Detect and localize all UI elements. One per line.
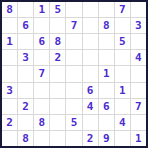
cell-r1c3[interactable]: 1: [34, 2, 49, 17]
cell-r9c1[interactable]: [2, 131, 17, 146]
cell-r2c1[interactable]: [2, 18, 17, 33]
cell-r9c2[interactable]: 8: [18, 131, 33, 146]
cell-r8c4[interactable]: [50, 115, 65, 130]
cell-r2c7[interactable]: 8: [99, 18, 114, 33]
cell-r6c7[interactable]: [99, 83, 114, 98]
cell-r7c4[interactable]: [50, 99, 65, 114]
cell-r1c1[interactable]: 8: [2, 2, 17, 17]
cell-r3c4[interactable]: 8: [50, 34, 65, 49]
cell-r1c5[interactable]: [66, 2, 81, 17]
cell-r6c1[interactable]: 3: [2, 83, 17, 98]
cell-r4c2[interactable]: 3: [18, 50, 33, 65]
cell-r6c5[interactable]: [66, 83, 81, 98]
cell-r3c3[interactable]: 6: [34, 34, 49, 49]
cell-r4c8[interactable]: [115, 50, 130, 65]
cell-r7c3[interactable]: [34, 99, 49, 114]
cell-r6c8[interactable]: 1: [115, 83, 130, 98]
cell-r7c1[interactable]: [2, 99, 17, 114]
cell-r2c6[interactable]: [83, 18, 98, 33]
cell-r7c9[interactable]: 7: [131, 99, 146, 114]
cell-r8c5[interactable]: 5: [66, 115, 81, 130]
cell-r3c9[interactable]: [131, 34, 146, 49]
cell-r9c7[interactable]: 9: [99, 131, 114, 146]
cell-r2c5[interactable]: 7: [66, 18, 81, 33]
sudoku-board: 81576783168532471361246728548291: [0, 0, 148, 148]
cell-r4c6[interactable]: [83, 50, 98, 65]
cell-r5c2[interactable]: [18, 66, 33, 81]
cell-r5c6[interactable]: [83, 66, 98, 81]
cell-r6c2[interactable]: [18, 83, 33, 98]
cell-r9c6[interactable]: 2: [83, 131, 98, 146]
cell-r2c3[interactable]: [34, 18, 49, 33]
cell-r8c6[interactable]: [83, 115, 98, 130]
cell-r1c4[interactable]: 5: [50, 2, 65, 17]
cell-r6c3[interactable]: [34, 83, 49, 98]
cell-r9c9[interactable]: 1: [131, 131, 146, 146]
cell-r6c6[interactable]: 6: [83, 83, 98, 98]
cell-r7c7[interactable]: 6: [99, 99, 114, 114]
cell-r9c4[interactable]: [50, 131, 65, 146]
cell-r9c3[interactable]: [34, 131, 49, 146]
cell-r8c7[interactable]: [99, 115, 114, 130]
cell-r8c9[interactable]: [131, 115, 146, 130]
cell-r8c1[interactable]: 2: [2, 115, 17, 130]
cell-r2c9[interactable]: 3: [131, 18, 146, 33]
cell-r3c1[interactable]: 1: [2, 34, 17, 49]
cell-r5c3[interactable]: 7: [34, 66, 49, 81]
cell-r5c1[interactable]: [2, 66, 17, 81]
cell-r4c3[interactable]: [34, 50, 49, 65]
cell-r8c2[interactable]: [18, 115, 33, 130]
cell-r6c4[interactable]: [50, 83, 65, 98]
cell-r2c8[interactable]: [115, 18, 130, 33]
cell-r9c5[interactable]: [66, 131, 81, 146]
cell-r5c8[interactable]: [115, 66, 130, 81]
cell-r1c9[interactable]: [131, 2, 146, 17]
cell-r4c4[interactable]: 2: [50, 50, 65, 65]
cell-r1c2[interactable]: [18, 2, 33, 17]
cell-r4c5[interactable]: [66, 50, 81, 65]
cell-r7c5[interactable]: [66, 99, 81, 114]
cell-r3c2[interactable]: [18, 34, 33, 49]
cell-r5c4[interactable]: [50, 66, 65, 81]
cell-r7c2[interactable]: 2: [18, 99, 33, 114]
cell-r7c8[interactable]: [115, 99, 130, 114]
cell-r8c8[interactable]: 4: [115, 115, 130, 130]
cell-r3c5[interactable]: [66, 34, 81, 49]
cell-r7c6[interactable]: 4: [83, 99, 98, 114]
cell-r2c4[interactable]: [50, 18, 65, 33]
cell-r2c2[interactable]: 6: [18, 18, 33, 33]
cell-r5c5[interactable]: [66, 66, 81, 81]
cell-r8c3[interactable]: 8: [34, 115, 49, 130]
cell-r4c7[interactable]: [99, 50, 114, 65]
cell-r4c1[interactable]: [2, 50, 17, 65]
cell-r5c9[interactable]: [131, 66, 146, 81]
cell-r6c9[interactable]: [131, 83, 146, 98]
cell-r1c6[interactable]: [83, 2, 98, 17]
cell-r1c7[interactable]: [99, 2, 114, 17]
sudoku-app: 81576783168532471361246728548291: [0, 0, 150, 150]
cell-r9c8[interactable]: [115, 131, 130, 146]
cell-r5c7[interactable]: 1: [99, 66, 114, 81]
cell-r1c8[interactable]: 7: [115, 2, 130, 17]
cell-r3c7[interactable]: [99, 34, 114, 49]
cell-r3c8[interactable]: 5: [115, 34, 130, 49]
cell-r4c9[interactable]: 4: [131, 50, 146, 65]
cell-r3c6[interactable]: [83, 34, 98, 49]
